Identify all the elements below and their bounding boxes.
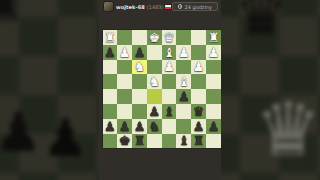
video-frame: ♜ ♟ ♟ ♛ ♛ wojtek-68 (1483) 24 godziny <box>0 0 320 180</box>
square-g6[interactable] <box>117 104 132 119</box>
square-d1[interactable]: ♛ <box>162 30 177 45</box>
white-rook: ♜ <box>104 30 116 43</box>
left-blur-layer: ♜ ♟ ♟ <box>0 0 99 180</box>
square-f8[interactable]: ♜ <box>132 134 147 149</box>
black-bishop: ♝ <box>178 134 190 147</box>
square-b6[interactable]: ♛ <box>191 104 206 119</box>
black-pawn-icon: ♟ <box>42 112 89 164</box>
white-pawn: ♟ <box>163 60 175 73</box>
square-b1[interactable] <box>191 30 206 45</box>
white-bishop: ♝ <box>178 75 190 88</box>
square-c4[interactable]: ♝ <box>176 74 191 89</box>
black-king: ♚ <box>119 134 131 147</box>
top-player-name: wojtek-68 <box>116 4 145 10</box>
square-g8[interactable]: ♚ <box>117 134 132 149</box>
square-h3[interactable] <box>103 60 118 75</box>
square-c1[interactable] <box>176 30 191 45</box>
square-h5[interactable] <box>103 89 118 104</box>
black-pawn: ♟ <box>193 119 205 132</box>
square-d3[interactable]: ♟ <box>162 60 177 75</box>
white-queen: ♛ <box>163 30 175 43</box>
square-h1[interactable]: ♜ <box>103 30 118 45</box>
black-queen: ♛ <box>193 104 205 117</box>
square-e5[interactable] <box>147 89 162 104</box>
square-a7[interactable]: ♟ <box>206 119 221 134</box>
square-e7[interactable]: ♞ <box>147 119 162 134</box>
top-player-avatar[interactable] <box>104 2 113 11</box>
square-e1[interactable]: ♚ <box>147 30 162 45</box>
square-c2[interactable]: ♟ <box>176 45 191 60</box>
square-f5[interactable] <box>132 89 147 104</box>
top-player-clock: 24 godziny <box>172 2 219 11</box>
black-rook: ♜ <box>134 134 146 147</box>
black-pawn: ♟ <box>178 90 190 103</box>
square-e6[interactable]: ♟ <box>147 104 162 119</box>
chess-board[interactable]: ♜♚♛♜♟♟♟♝♟♟♞♟♟♞♝♟♟♝♛♟♟♟♞♟♟♚♜♝♜ <box>103 30 221 148</box>
square-f6[interactable] <box>132 104 147 119</box>
square-a6[interactable] <box>206 104 221 119</box>
left-letterbox-blur: ♜ ♟ ♟ <box>0 0 99 180</box>
square-g7[interactable]: ♟ <box>117 119 132 134</box>
white-king: ♚ <box>148 30 160 43</box>
square-d5[interactable] <box>162 89 177 104</box>
square-b5[interactable] <box>191 89 206 104</box>
square-g3[interactable] <box>117 60 132 75</box>
square-a2[interactable]: ♟ <box>206 45 221 60</box>
black-bishop: ♝ <box>163 104 175 117</box>
square-a8[interactable] <box>206 134 221 149</box>
white-rook: ♜ <box>208 30 220 43</box>
square-a5[interactable] <box>206 89 221 104</box>
square-g1[interactable] <box>117 30 132 45</box>
square-e4[interactable]: ♞ <box>147 74 162 89</box>
square-b7[interactable]: ♟ <box>191 119 206 134</box>
square-e8[interactable] <box>147 134 162 149</box>
square-d8[interactable] <box>162 134 177 149</box>
square-c7[interactable] <box>176 119 191 134</box>
white-pawn: ♟ <box>119 45 131 58</box>
square-g4[interactable] <box>117 74 132 89</box>
top-clock-time: 24 godziny <box>185 4 213 10</box>
black-queen-icon: ♛ <box>235 0 287 44</box>
black-pawn: ♟ <box>104 45 116 58</box>
square-b2[interactable] <box>191 45 206 60</box>
white-knight: ♞ <box>134 60 146 73</box>
white-pawn: ♟ <box>208 45 220 58</box>
black-pawn: ♟ <box>134 119 146 132</box>
white-pawn: ♟ <box>178 45 190 58</box>
top-player-bar: wojtek-68 (1483) 24 godziny <box>99 0 221 13</box>
square-f4[interactable] <box>132 74 147 89</box>
square-a4[interactable] <box>206 74 221 89</box>
black-pawn: ♟ <box>148 104 160 117</box>
square-b8[interactable]: ♜ <box>191 134 206 149</box>
square-c3[interactable] <box>176 60 191 75</box>
square-g2[interactable]: ♟ <box>117 45 132 60</box>
square-f2[interactable]: ♟ <box>132 45 147 60</box>
square-h2[interactable]: ♟ <box>103 45 118 60</box>
square-f1[interactable] <box>132 30 147 45</box>
square-h8[interactable] <box>103 134 118 149</box>
square-f3[interactable]: ♞ <box>132 60 147 75</box>
square-a3[interactable] <box>206 60 221 75</box>
white-knight: ♞ <box>148 75 160 88</box>
white-pawn: ♟ <box>193 60 205 73</box>
square-a1[interactable]: ♜ <box>206 30 221 45</box>
black-rook: ♜ <box>193 134 205 147</box>
square-g5[interactable] <box>117 89 132 104</box>
square-d4[interactable] <box>162 74 177 89</box>
black-pawn: ♟ <box>134 45 146 58</box>
black-rook-icon: ♜ <box>0 0 25 28</box>
square-d7[interactable] <box>162 119 177 134</box>
square-d6[interactable]: ♝ <box>162 104 177 119</box>
black-knight: ♞ <box>148 119 160 132</box>
clock-icon <box>178 4 183 9</box>
game-screen: wojtek-68 (1483) 24 godziny ♜♚♛♜♟♟♟♝♟♟♞♟… <box>99 0 221 180</box>
square-b4[interactable] <box>191 74 206 89</box>
square-e3[interactable] <box>147 60 162 75</box>
top-player-nameline: wojtek-68 (1483) <box>116 4 171 10</box>
white-bishop: ♝ <box>163 45 175 58</box>
square-c5[interactable]: ♟ <box>176 89 191 104</box>
square-c6[interactable] <box>176 104 191 119</box>
square-f7[interactable]: ♟ <box>132 119 147 134</box>
bottom-player-bar: eTimeoD (1138) ★ ♙ 1 24 godziny <box>99 150 221 170</box>
top-player-rating: (1483) <box>147 4 164 10</box>
square-d2[interactable]: ♝ <box>162 45 177 60</box>
black-pawn: ♟ <box>119 119 131 132</box>
white-queen-icon: ♛ <box>255 92 320 166</box>
square-h6[interactable] <box>103 104 118 119</box>
square-h4[interactable] <box>103 74 118 89</box>
right-letterbox-blur: ♛ ♛ <box>221 0 320 180</box>
square-b3[interactable]: ♟ <box>191 60 206 75</box>
black-pawn: ♟ <box>208 119 220 132</box>
square-e2[interactable] <box>147 45 162 60</box>
black-pawn-icon: ♟ <box>0 106 42 160</box>
black-pawn: ♟ <box>104 119 116 132</box>
square-h7[interactable]: ♟ <box>103 119 118 134</box>
right-blur-layer: ♛ ♛ <box>221 0 320 180</box>
square-c8[interactable]: ♝ <box>176 134 191 149</box>
poland-flag-icon <box>165 5 171 9</box>
